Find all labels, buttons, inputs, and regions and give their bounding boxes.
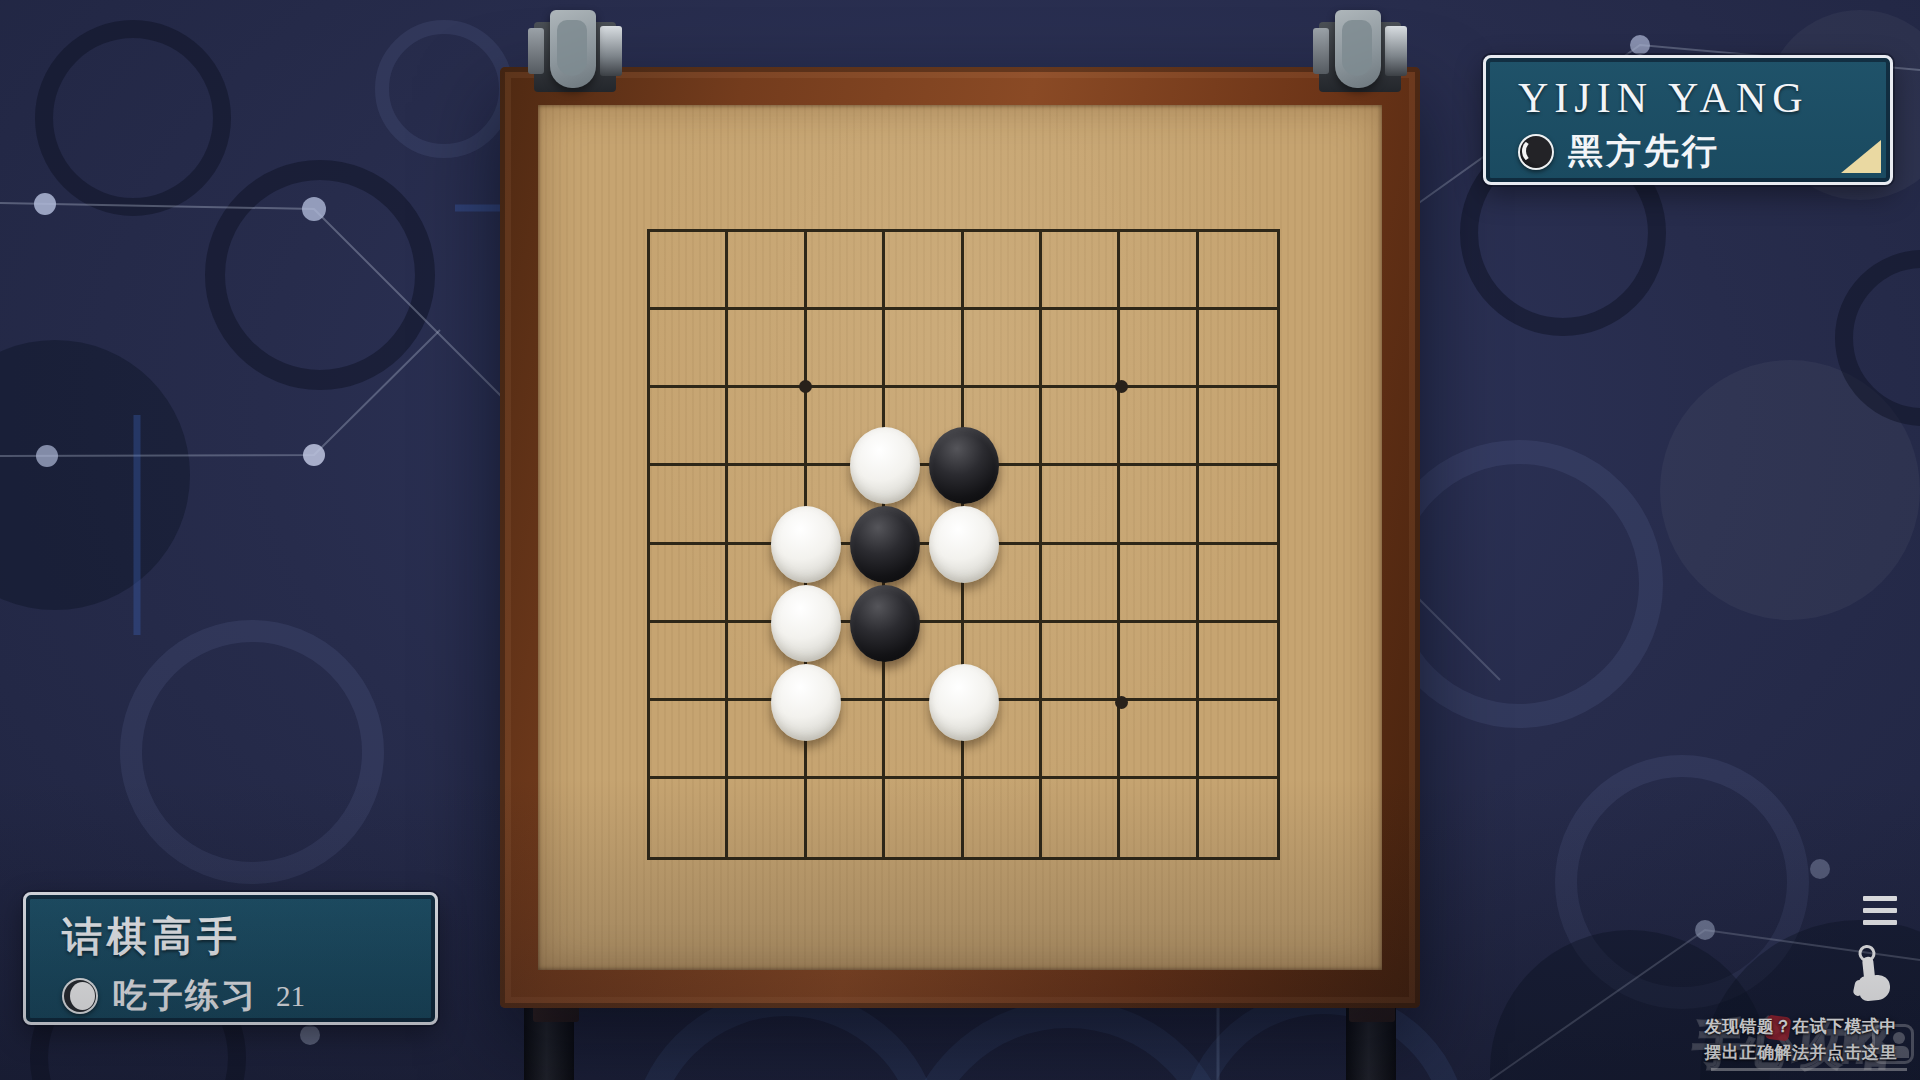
white-stone[interactable] — [771, 664, 841, 741]
stones-grid[interactable] — [608, 190, 1319, 899]
hand-pointer-icon — [1849, 946, 1905, 1009]
player-title-card: YIJIN YANG 黑方先行 — [1483, 55, 1893, 185]
black-stone[interactable] — [850, 506, 920, 583]
clamp-flange — [1313, 28, 1329, 74]
white-stone-icon — [62, 978, 98, 1014]
puzzle-number: 21 — [276, 980, 305, 1013]
clamp-right — [1313, 10, 1407, 92]
white-stone[interactable] — [929, 664, 999, 741]
turn-indicator-label: 黑方先行 — [1568, 128, 1720, 175]
puzzle-category: 诘棋高手 — [62, 909, 421, 964]
black-stone[interactable] — [929, 427, 999, 504]
puzzle-info-card: 诘棋高手 吃子练习 21 — [23, 892, 438, 1025]
clamp-patch — [1342, 20, 1372, 76]
white-stone[interactable] — [850, 427, 920, 504]
game-scene: YIJIN YANG 黑方先行 诘棋高手 吃子练习 21 手心攻略 发现错题？在… — [0, 0, 1920, 1080]
gold-triangle-marker[interactable] — [1841, 140, 1881, 173]
star-point — [799, 380, 812, 393]
clamp-flange — [1385, 26, 1407, 76]
star-point — [1115, 696, 1128, 709]
hamburger-bar — [1863, 896, 1897, 901]
player-name: YIJIN YANG — [1518, 74, 1876, 122]
report-hint-text[interactable]: 发现错题？在试下模式中 摆出正确解法并点击这里 — [1697, 1014, 1897, 1066]
clamp-patch — [557, 20, 587, 76]
black-stone-icon — [1518, 134, 1554, 170]
white-stone[interactable] — [771, 506, 841, 583]
menu-button[interactable] — [1863, 896, 1897, 925]
puzzle-type-label: 吃子练习 — [113, 973, 257, 1019]
clamp-flange — [600, 26, 622, 76]
white-stone[interactable] — [771, 585, 841, 662]
black-stone[interactable] — [850, 585, 920, 662]
star-point — [1115, 380, 1128, 393]
clamp-left — [528, 10, 622, 92]
hint-line-2: 摆出正确解法并点击这里 — [1697, 1040, 1897, 1066]
hamburger-bar — [1863, 920, 1897, 925]
hamburger-bar — [1863, 908, 1897, 913]
white-stone[interactable] — [929, 506, 999, 583]
clamp-flange — [528, 28, 544, 74]
hint-line-1: 发现错题？在试下模式中 — [1697, 1014, 1897, 1040]
